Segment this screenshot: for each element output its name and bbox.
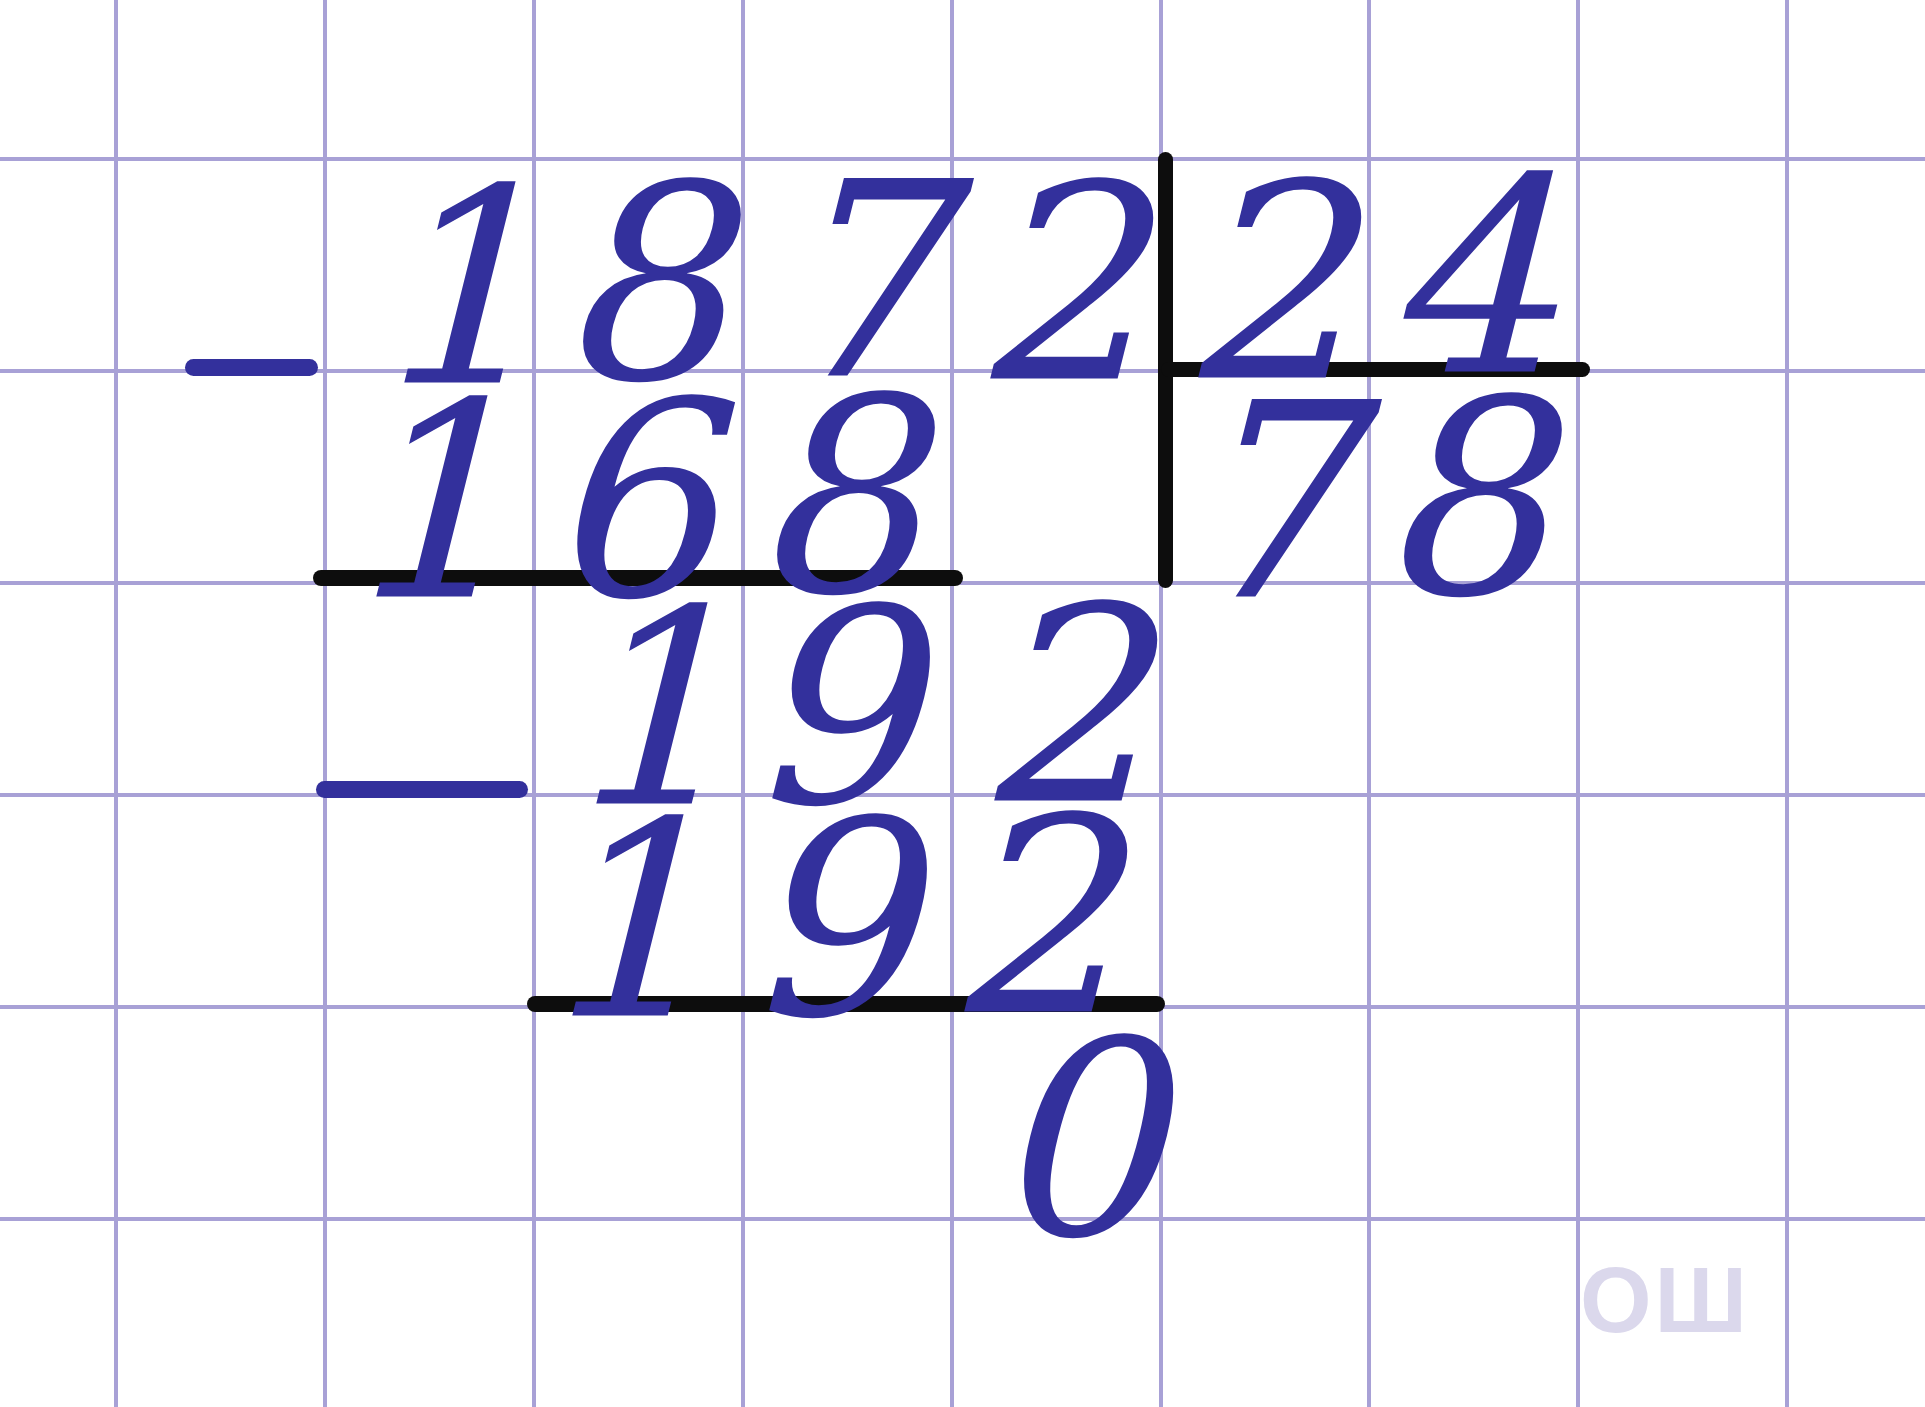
quotient-digit-8: 8 bbox=[1375, 364, 1547, 635]
grid-vertical-line-8 bbox=[1785, 0, 1789, 1407]
grid-horizontal-line-0 bbox=[0, 157, 1925, 161]
squared-paper: 187224168781921920 ОШ bbox=[0, 0, 1925, 1407]
grid-vertical-line-4 bbox=[950, 0, 954, 1407]
result-digit-0: 0 bbox=[988, 1005, 1160, 1276]
grid-vertical-line-0 bbox=[114, 0, 118, 1407]
minus-sign-2 bbox=[316, 781, 528, 798]
grid-vertical-line-6 bbox=[1367, 0, 1371, 1407]
minus-sign-1 bbox=[185, 359, 318, 376]
grid-vertical-line-1 bbox=[323, 0, 327, 1407]
sub1-digit-1: 1 bbox=[338, 367, 510, 638]
grid-horizontal-line-5 bbox=[0, 1217, 1925, 1221]
grid-horizontal-line-2 bbox=[0, 581, 1925, 585]
quotient-digit-7: 7 bbox=[1180, 367, 1352, 638]
watermark-logo: ОШ bbox=[1580, 1248, 1750, 1354]
grid-vertical-line-7 bbox=[1576, 0, 1580, 1407]
dividend-digit-2: 2 bbox=[972, 149, 1144, 420]
sub2-digit-9: 9 bbox=[741, 785, 913, 1056]
sub2-digit-1: 1 bbox=[534, 786, 706, 1057]
